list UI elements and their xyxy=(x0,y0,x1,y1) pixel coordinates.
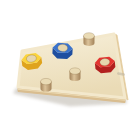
peg-top xyxy=(41,78,52,84)
product-photo xyxy=(0,0,140,140)
wooden-peg xyxy=(40,77,53,93)
nut-red xyxy=(93,54,117,75)
peg-top xyxy=(69,68,80,74)
wooden-peg xyxy=(68,66,81,82)
peg-top xyxy=(83,33,94,39)
